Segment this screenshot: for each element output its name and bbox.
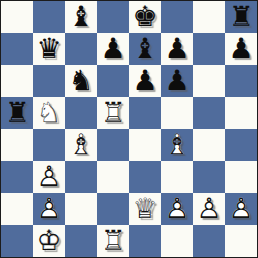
square-g6[interactable] [193,65,225,97]
chess-diagram: ♝♚♜♛♟♝♟♟♞♟♟♜♞♘♜♖♝♗♝♗♟♙♟♙♛♕♟♙♟♙♟♙♚♔♜♖ [0,0,258,258]
square-a2[interactable] [1,193,33,225]
square-c6[interactable]: ♞ [65,65,97,97]
square-b3[interactable]: ♟♙ [33,161,65,193]
square-h3[interactable] [225,161,257,193]
square-d2[interactable] [97,193,129,225]
square-g2[interactable]: ♟♙ [193,193,225,225]
square-h5[interactable] [225,97,257,129]
square-f5[interactable] [161,97,193,129]
white-bishop-icon: ♝♗ [65,129,97,161]
square-c7[interactable] [65,33,97,65]
square-d8[interactable] [97,1,129,33]
square-e3[interactable] [129,161,161,193]
square-e7[interactable]: ♝ [129,33,161,65]
square-b1[interactable]: ♚♔ [33,225,65,257]
square-f2[interactable]: ♟♙ [161,193,193,225]
square-e4[interactable] [129,129,161,161]
white-pawn-icon: ♟♙ [161,193,193,225]
black-rook-icon: ♜ [1,97,33,129]
square-h8[interactable]: ♜ [225,1,257,33]
black-knight-icon: ♞ [65,65,97,97]
square-f3[interactable] [161,161,193,193]
square-f6[interactable]: ♟ [161,65,193,97]
square-g7[interactable] [193,33,225,65]
white-pawn-icon: ♟♙ [193,193,225,225]
square-a8[interactable] [1,1,33,33]
white-pawn-icon: ♟♙ [33,193,65,225]
square-e6[interactable]: ♟ [129,65,161,97]
black-king-icon: ♚ [129,1,161,33]
square-f7[interactable]: ♟ [161,33,193,65]
square-g3[interactable] [193,161,225,193]
square-h2[interactable]: ♟♙ [225,193,257,225]
square-a4[interactable] [1,129,33,161]
square-g5[interactable] [193,97,225,129]
square-c1[interactable] [65,225,97,257]
square-a7[interactable] [1,33,33,65]
square-h1[interactable] [225,225,257,257]
black-pawn-icon: ♟ [129,65,161,97]
white-rook-icon: ♜♖ [97,225,129,257]
black-rook-icon: ♜ [225,1,257,33]
square-f1[interactable] [161,225,193,257]
square-h4[interactable] [225,129,257,161]
white-queen-icon: ♛♕ [129,193,161,225]
square-g4[interactable] [193,129,225,161]
square-c8[interactable]: ♝ [65,1,97,33]
square-d3[interactable] [97,161,129,193]
black-pawn-icon: ♟ [161,33,193,65]
square-a1[interactable] [1,225,33,257]
square-b7[interactable]: ♛ [33,33,65,65]
square-f8[interactable] [161,1,193,33]
square-d7[interactable]: ♟ [97,33,129,65]
square-g8[interactable] [193,1,225,33]
black-bishop-icon: ♝ [65,1,97,33]
square-a5[interactable]: ♜ [1,97,33,129]
square-b2[interactable]: ♟♙ [33,193,65,225]
square-h6[interactable] [225,65,257,97]
square-b6[interactable] [33,65,65,97]
white-pawn-icon: ♟♙ [33,161,65,193]
black-pawn-icon: ♟ [97,33,129,65]
white-pawn-icon: ♟♙ [225,193,257,225]
square-a3[interactable] [1,161,33,193]
square-c3[interactable] [65,161,97,193]
square-d1[interactable]: ♜♖ [97,225,129,257]
square-d4[interactable] [97,129,129,161]
black-bishop-icon: ♝ [129,33,161,65]
square-e5[interactable] [129,97,161,129]
square-a6[interactable] [1,65,33,97]
chess-board: ♝♚♜♛♟♝♟♟♞♟♟♜♞♘♜♖♝♗♝♗♟♙♟♙♛♕♟♙♟♙♟♙♚♔♜♖ [0,0,258,258]
square-c5[interactable] [65,97,97,129]
black-queen-icon: ♛ [33,33,65,65]
white-knight-icon: ♞♘ [33,97,65,129]
square-h7[interactable]: ♟ [225,33,257,65]
square-b8[interactable] [33,1,65,33]
square-c4[interactable]: ♝♗ [65,129,97,161]
square-b4[interactable] [33,129,65,161]
square-b5[interactable]: ♞♘ [33,97,65,129]
square-g1[interactable] [193,225,225,257]
square-e8[interactable]: ♚ [129,1,161,33]
white-king-icon: ♚♔ [33,225,65,257]
black-pawn-icon: ♟ [225,33,257,65]
square-f4[interactable]: ♝♗ [161,129,193,161]
square-c2[interactable] [65,193,97,225]
white-bishop-icon: ♝♗ [161,129,193,161]
square-d5[interactable]: ♜♖ [97,97,129,129]
square-d6[interactable] [97,65,129,97]
black-pawn-icon: ♟ [161,65,193,97]
white-rook-icon: ♜♖ [97,97,129,129]
square-e2[interactable]: ♛♕ [129,193,161,225]
square-e1[interactable] [129,225,161,257]
